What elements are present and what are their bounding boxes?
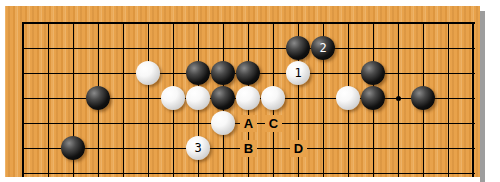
grid-line-vertical: [472, 22, 474, 177]
white-stone-c9-r5: [211, 111, 235, 135]
point-label-B: B: [240, 140, 257, 157]
black-stone-c15-r3: [361, 61, 385, 85]
board-shadow: [480, 11, 485, 182]
black-stone-c17-r4: [411, 86, 435, 110]
white-stone-c7-r4: [161, 86, 185, 110]
grid-line-vertical: [123, 22, 124, 177]
black-stone-c10-r3: [236, 61, 260, 85]
go-board: ACBD213: [5, 6, 480, 177]
hoshi-star-point: [396, 96, 401, 101]
black-stone-c13-r2: 2: [311, 36, 335, 60]
point-label-C: C: [265, 115, 282, 132]
page: { "game": "go", "diagram_title": "go-pro…: [0, 0, 500, 182]
black-stone-c9-r3: [211, 61, 235, 85]
grid-line-vertical: [148, 22, 149, 177]
black-stone-c15-r4: [361, 86, 385, 110]
white-stone-c8-r4: [186, 86, 210, 110]
grid-line-vertical: [22, 22, 24, 177]
white-stone-c11-r4: [261, 86, 285, 110]
grid-line-vertical: [48, 22, 49, 177]
point-label-A: A: [240, 115, 257, 132]
point-label-D: D: [290, 140, 307, 157]
black-stone-c4-r4: [86, 86, 110, 110]
white-stone-c6-r3: [136, 61, 160, 85]
black-stone-c9-r4: [211, 86, 235, 110]
white-stone-c14-r4: [336, 86, 360, 110]
white-stone-c12-r3: 1: [286, 61, 310, 85]
black-stone-c3-r6: [61, 136, 85, 160]
white-stone-c10-r4: [236, 86, 260, 110]
grid-line-vertical: [448, 22, 449, 177]
white-stone-c8-r6: 3: [186, 136, 210, 160]
black-stone-c12-r2: [286, 36, 310, 60]
black-stone-c8-r3: [186, 61, 210, 85]
